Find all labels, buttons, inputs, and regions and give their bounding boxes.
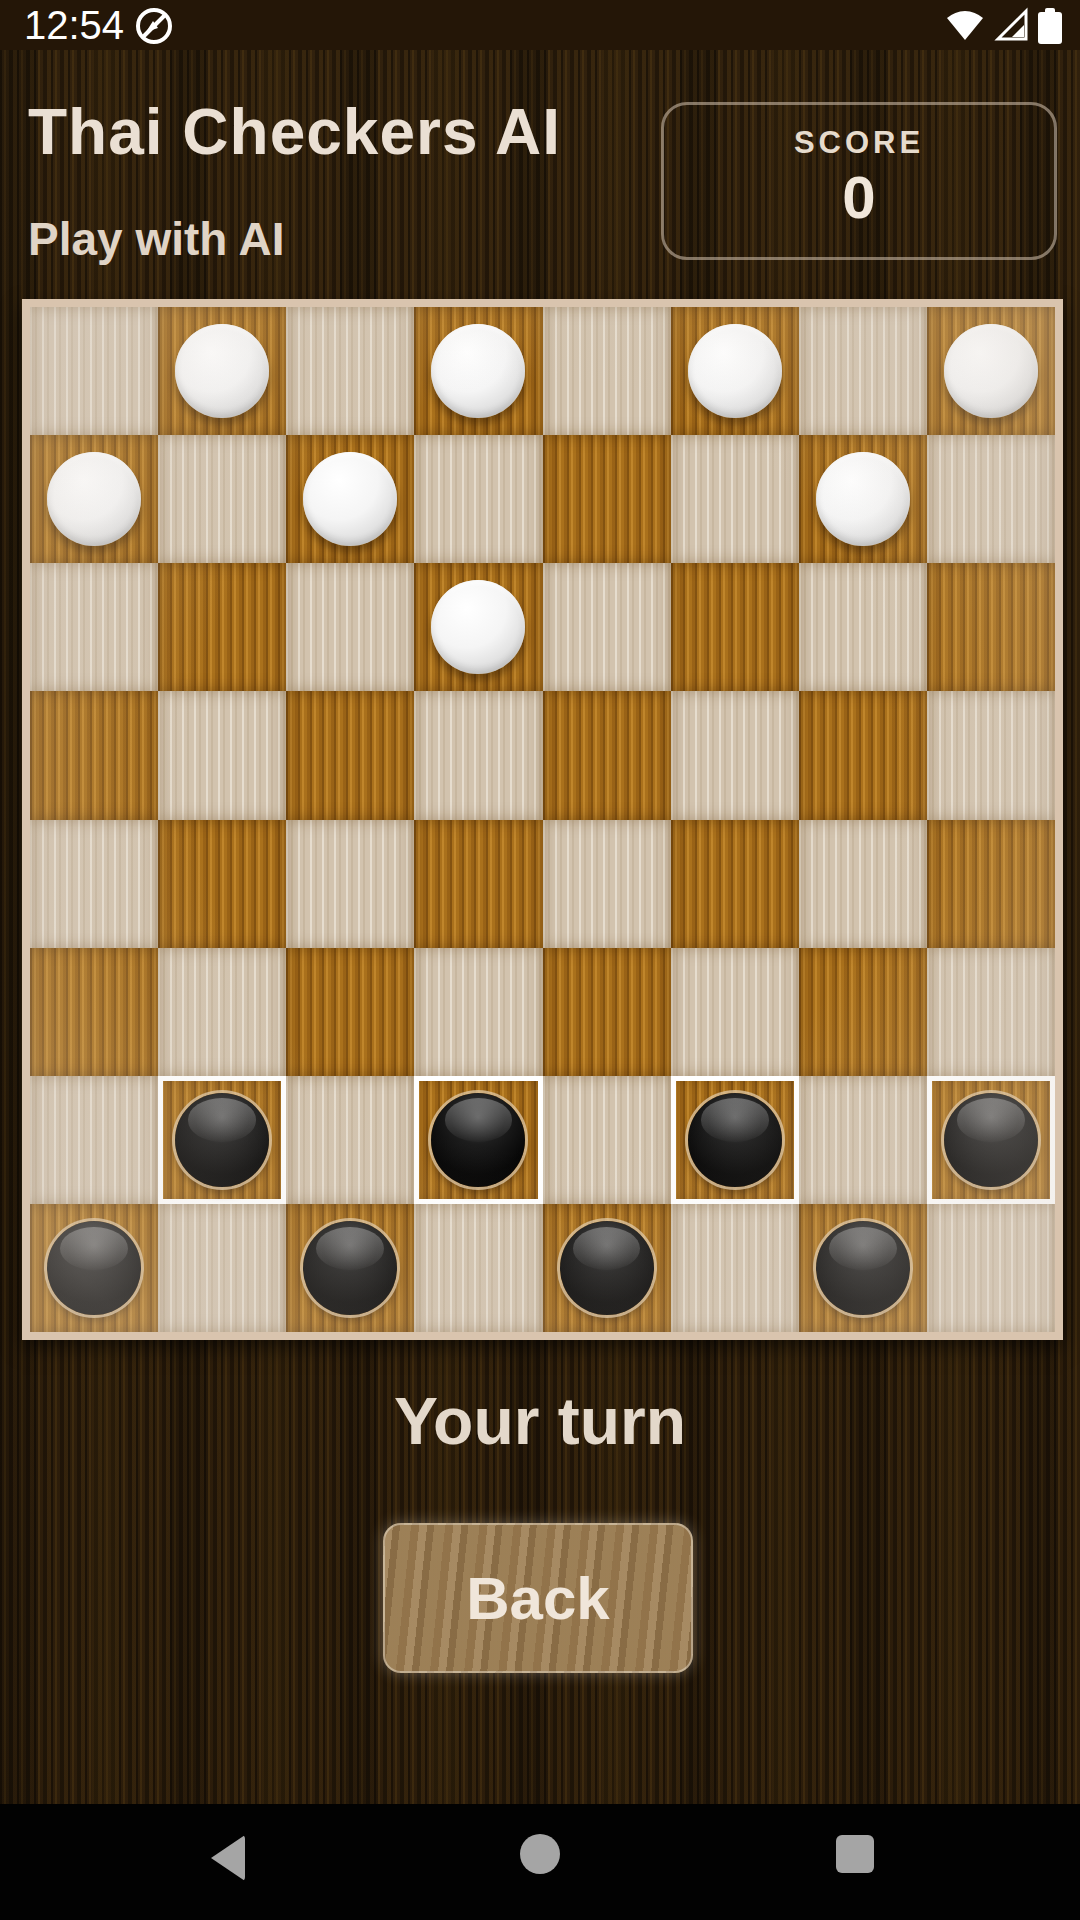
square-r4c1[interactable] bbox=[158, 820, 286, 948]
battery-icon bbox=[1038, 8, 1062, 44]
square-r1c6[interactable] bbox=[799, 435, 927, 563]
square-r4c2[interactable] bbox=[286, 820, 414, 948]
notification-circle-slash-icon bbox=[134, 6, 174, 46]
square-r1c2[interactable] bbox=[286, 435, 414, 563]
square-r0c3[interactable] bbox=[414, 307, 542, 435]
page-subtitle: Play with AI bbox=[28, 212, 284, 266]
square-r5c5[interactable] bbox=[671, 948, 799, 1076]
square-r3c3[interactable] bbox=[414, 691, 542, 819]
wifi-icon bbox=[944, 8, 986, 42]
black-piece[interactable] bbox=[688, 1093, 782, 1187]
black-piece[interactable] bbox=[944, 1093, 1038, 1187]
square-r2c1[interactable] bbox=[158, 563, 286, 691]
clock: 12:54 bbox=[24, 3, 124, 48]
square-r3c5[interactable] bbox=[671, 691, 799, 819]
white-piece[interactable] bbox=[431, 324, 525, 418]
square-r3c0[interactable] bbox=[30, 691, 158, 819]
square-r0c1[interactable] bbox=[158, 307, 286, 435]
square-r2c6[interactable] bbox=[799, 563, 927, 691]
square-r3c1[interactable] bbox=[158, 691, 286, 819]
square-r3c2[interactable] bbox=[286, 691, 414, 819]
square-r2c3[interactable] bbox=[414, 563, 542, 691]
square-r0c2[interactable] bbox=[286, 307, 414, 435]
square-r3c6[interactable] bbox=[799, 691, 927, 819]
square-r5c3[interactable] bbox=[414, 948, 542, 1076]
square-r3c4[interactable] bbox=[543, 691, 671, 819]
square-r4c6[interactable] bbox=[799, 820, 927, 948]
square-r1c4[interactable] bbox=[543, 435, 671, 563]
square-r4c5[interactable] bbox=[671, 820, 799, 948]
square-r6c6[interactable] bbox=[799, 1076, 927, 1204]
white-piece[interactable] bbox=[688, 324, 782, 418]
square-r6c4[interactable] bbox=[543, 1076, 671, 1204]
status-bar: 12:54 bbox=[0, 0, 1080, 50]
square-r1c0[interactable] bbox=[30, 435, 158, 563]
nav-recents-icon[interactable] bbox=[836, 1835, 874, 1873]
app-screen: 12:54 Thai Checkers AI Play with AI SCOR… bbox=[0, 0, 1080, 1920]
square-r6c0[interactable] bbox=[30, 1076, 158, 1204]
black-piece[interactable] bbox=[175, 1093, 269, 1187]
checkers-board bbox=[22, 299, 1063, 1340]
black-piece[interactable] bbox=[303, 1221, 397, 1315]
square-r7c1[interactable] bbox=[158, 1204, 286, 1332]
square-r5c1[interactable] bbox=[158, 948, 286, 1076]
square-r5c0[interactable] bbox=[30, 948, 158, 1076]
square-r5c6[interactable] bbox=[799, 948, 927, 1076]
square-r6c3[interactable] bbox=[414, 1076, 542, 1204]
nav-home-icon[interactable] bbox=[520, 1834, 560, 1874]
android-nav-bar bbox=[0, 1804, 1080, 1920]
status-icons bbox=[944, 0, 1062, 50]
square-r6c5[interactable] bbox=[671, 1076, 799, 1204]
square-r5c7[interactable] bbox=[927, 948, 1055, 1076]
cell-signal-icon bbox=[994, 7, 1030, 43]
square-r2c2[interactable] bbox=[286, 563, 414, 691]
black-piece[interactable] bbox=[816, 1221, 910, 1315]
square-r0c4[interactable] bbox=[543, 307, 671, 435]
back-button-label: Back bbox=[466, 1564, 609, 1633]
square-r2c4[interactable] bbox=[543, 563, 671, 691]
square-r5c4[interactable] bbox=[543, 948, 671, 1076]
board-grid bbox=[30, 307, 1055, 1332]
square-r7c4[interactable] bbox=[543, 1204, 671, 1332]
square-r0c0[interactable] bbox=[30, 307, 158, 435]
back-button[interactable]: Back bbox=[383, 1523, 693, 1673]
square-r6c1[interactable] bbox=[158, 1076, 286, 1204]
score-value: 0 bbox=[842, 163, 875, 232]
white-piece[interactable] bbox=[944, 324, 1038, 418]
square-r7c7[interactable] bbox=[927, 1204, 1055, 1332]
white-piece[interactable] bbox=[175, 324, 269, 418]
square-r4c0[interactable] bbox=[30, 820, 158, 948]
nav-back-icon[interactable] bbox=[211, 1835, 245, 1881]
square-r4c4[interactable] bbox=[543, 820, 671, 948]
square-r7c0[interactable] bbox=[30, 1204, 158, 1332]
turn-indicator: Your turn bbox=[0, 1383, 1080, 1459]
square-r1c5[interactable] bbox=[671, 435, 799, 563]
square-r0c5[interactable] bbox=[671, 307, 799, 435]
white-piece[interactable] bbox=[303, 452, 397, 546]
square-r0c6[interactable] bbox=[799, 307, 927, 435]
square-r2c7[interactable] bbox=[927, 563, 1055, 691]
square-r1c3[interactable] bbox=[414, 435, 542, 563]
square-r1c1[interactable] bbox=[158, 435, 286, 563]
square-r3c7[interactable] bbox=[927, 691, 1055, 819]
square-r2c5[interactable] bbox=[671, 563, 799, 691]
white-piece[interactable] bbox=[816, 452, 910, 546]
square-r2c0[interactable] bbox=[30, 563, 158, 691]
square-r7c6[interactable] bbox=[799, 1204, 927, 1332]
square-r7c5[interactable] bbox=[671, 1204, 799, 1332]
square-r7c3[interactable] bbox=[414, 1204, 542, 1332]
square-r1c7[interactable] bbox=[927, 435, 1055, 563]
white-piece[interactable] bbox=[431, 580, 525, 674]
square-r4c7[interactable] bbox=[927, 820, 1055, 948]
square-r7c2[interactable] bbox=[286, 1204, 414, 1332]
square-r6c2[interactable] bbox=[286, 1076, 414, 1204]
black-piece[interactable] bbox=[560, 1221, 654, 1315]
square-r4c3[interactable] bbox=[414, 820, 542, 948]
square-r0c7[interactable] bbox=[927, 307, 1055, 435]
square-r5c2[interactable] bbox=[286, 948, 414, 1076]
score-box: SCORE 0 bbox=[661, 102, 1057, 260]
square-r6c7[interactable] bbox=[927, 1076, 1055, 1204]
score-label: SCORE bbox=[794, 125, 924, 161]
white-piece[interactable] bbox=[47, 452, 141, 546]
page-title: Thai Checkers AI bbox=[28, 95, 561, 169]
black-piece[interactable] bbox=[47, 1221, 141, 1315]
black-piece[interactable] bbox=[431, 1093, 525, 1187]
